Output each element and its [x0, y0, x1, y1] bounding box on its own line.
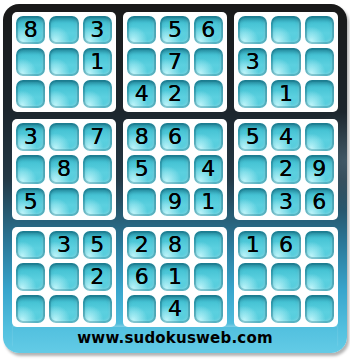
sudoku-cell-r4c5[interactable]: 6 [160, 123, 189, 151]
sudoku-box-3: 31 [234, 12, 338, 112]
sudoku-cell-r9c2[interactable] [49, 295, 78, 323]
sudoku-cell-r8c1[interactable] [16, 263, 45, 291]
sudoku-cell-r4c6[interactable] [194, 123, 223, 151]
sudoku-cell-r5c4[interactable]: 5 [127, 155, 156, 183]
sudoku-cell-r3c6[interactable] [194, 80, 223, 108]
sudoku-cell-r9c7[interactable] [238, 295, 267, 323]
sudoku-cell-r2c5[interactable]: 7 [160, 48, 189, 76]
sudoku-cell-r7c5[interactable]: 8 [160, 231, 189, 259]
sudoku-cell-r4c3[interactable]: 7 [83, 123, 112, 151]
sudoku-box-1: 831 [12, 12, 116, 112]
sudoku-cell-r4c1[interactable]: 3 [16, 123, 45, 151]
sudoku-cell-r9c3[interactable] [83, 295, 112, 323]
sudoku-cell-r1c6[interactable]: 6 [194, 16, 223, 44]
sudoku-cell-r6c3[interactable] [83, 188, 112, 216]
sudoku-box-4: 3785 [12, 119, 116, 219]
sudoku-cell-r8c4[interactable]: 6 [127, 263, 156, 291]
sudoku-cell-r7c1[interactable] [16, 231, 45, 259]
sudoku-box-5: 865491 [123, 119, 227, 219]
sudoku-cell-r8c3[interactable]: 2 [83, 263, 112, 291]
sudoku-cell-r1c8[interactable] [271, 16, 300, 44]
sudoku-cell-r6c2[interactable] [49, 188, 78, 216]
sudoku-cell-r7c2[interactable]: 3 [49, 231, 78, 259]
sudoku-cell-r8c7[interactable] [238, 263, 267, 291]
sudoku-cell-r1c1[interactable]: 8 [16, 16, 45, 44]
sudoku-grid: 831567423137858654915429363522861416 [12, 12, 338, 327]
sudoku-cell-r4c9[interactable] [305, 123, 334, 151]
sudoku-cell-r6c5[interactable]: 9 [160, 188, 189, 216]
sudoku-cell-r6c8[interactable]: 3 [271, 188, 300, 216]
sudoku-cell-r3c2[interactable] [49, 80, 78, 108]
sudoku-cell-r8c8[interactable] [271, 263, 300, 291]
sudoku-cell-r3c4[interactable]: 4 [127, 80, 156, 108]
sudoku-cell-r3c5[interactable]: 2 [160, 80, 189, 108]
sudoku-cell-r4c7[interactable]: 5 [238, 123, 267, 151]
sudoku-cell-r7c7[interactable]: 1 [238, 231, 267, 259]
sudoku-cell-r9c9[interactable] [305, 295, 334, 323]
sudoku-cell-r2c7[interactable]: 3 [238, 48, 267, 76]
sudoku-board: 831567423137858654915429363522861416 www… [3, 4, 347, 353]
sudoku-cell-r2c1[interactable] [16, 48, 45, 76]
sudoku-cell-r5c3[interactable] [83, 155, 112, 183]
sudoku-cell-r1c5[interactable]: 5 [160, 16, 189, 44]
sudoku-cell-r1c4[interactable] [127, 16, 156, 44]
sudoku-cell-r8c5[interactable]: 1 [160, 263, 189, 291]
sudoku-cell-r5c5[interactable] [160, 155, 189, 183]
sudoku-cell-r6c4[interactable] [127, 188, 156, 216]
sudoku-cell-r8c6[interactable] [194, 263, 223, 291]
sudoku-cell-r5c6[interactable]: 4 [194, 155, 223, 183]
sudoku-cell-r2c3[interactable]: 1 [83, 48, 112, 76]
sudoku-cell-r6c7[interactable] [238, 188, 267, 216]
sudoku-cell-r5c2[interactable]: 8 [49, 155, 78, 183]
sudoku-cell-r9c5[interactable]: 4 [160, 295, 189, 323]
sudoku-cell-r7c8[interactable]: 6 [271, 231, 300, 259]
sudoku-cell-r9c8[interactable] [271, 295, 300, 323]
sudoku-cell-r5c8[interactable]: 2 [271, 155, 300, 183]
sudoku-cell-r7c3[interactable]: 5 [83, 231, 112, 259]
sudoku-cell-r5c7[interactable] [238, 155, 267, 183]
sudoku-cell-r3c1[interactable] [16, 80, 45, 108]
sudoku-cell-r5c1[interactable] [16, 155, 45, 183]
footer-band: www.sudokusweb.com [13, 327, 337, 348]
sudoku-cell-r9c1[interactable] [16, 295, 45, 323]
site-url-link[interactable]: www.sudokusweb.com [77, 329, 272, 347]
sudoku-cell-r7c4[interactable]: 2 [127, 231, 156, 259]
sudoku-cell-r7c9[interactable] [305, 231, 334, 259]
sudoku-cell-r6c6[interactable]: 1 [194, 188, 223, 216]
sudoku-cell-r2c9[interactable] [305, 48, 334, 76]
sudoku-box-8: 28614 [123, 227, 227, 327]
sudoku-cell-r2c4[interactable] [127, 48, 156, 76]
sudoku-cell-r1c7[interactable] [238, 16, 267, 44]
sudoku-cell-r6c9[interactable]: 6 [305, 188, 334, 216]
sudoku-cell-r4c4[interactable]: 8 [127, 123, 156, 151]
sudoku-cell-r8c9[interactable] [305, 263, 334, 291]
sudoku-cell-r3c3[interactable] [83, 80, 112, 108]
sudoku-cell-r7c6[interactable] [194, 231, 223, 259]
sudoku-cell-r3c8[interactable]: 1 [271, 80, 300, 108]
sudoku-box-7: 352 [12, 227, 116, 327]
sudoku-box-9: 16 [234, 227, 338, 327]
sudoku-box-6: 542936 [234, 119, 338, 219]
sudoku-cell-r9c4[interactable] [127, 295, 156, 323]
sudoku-box-2: 56742 [123, 12, 227, 112]
sudoku-cell-r4c2[interactable] [49, 123, 78, 151]
sudoku-cell-r5c9[interactable]: 9 [305, 155, 334, 183]
sudoku-cell-r3c9[interactable] [305, 80, 334, 108]
sudoku-widget: 831567423137858654915429363522861416 www… [0, 0, 350, 360]
sudoku-cell-r8c2[interactable] [49, 263, 78, 291]
sudoku-cell-r6c1[interactable]: 5 [16, 188, 45, 216]
sudoku-cell-r9c6[interactable] [194, 295, 223, 323]
sudoku-cell-r1c2[interactable] [49, 16, 78, 44]
sudoku-cell-r1c3[interactable]: 3 [83, 16, 112, 44]
sudoku-cell-r2c6[interactable] [194, 48, 223, 76]
sudoku-cell-r4c8[interactable]: 4 [271, 123, 300, 151]
sudoku-cell-r3c7[interactable] [238, 80, 267, 108]
sudoku-cell-r1c9[interactable] [305, 16, 334, 44]
sudoku-cell-r2c8[interactable] [271, 48, 300, 76]
sudoku-cell-r2c2[interactable] [49, 48, 78, 76]
